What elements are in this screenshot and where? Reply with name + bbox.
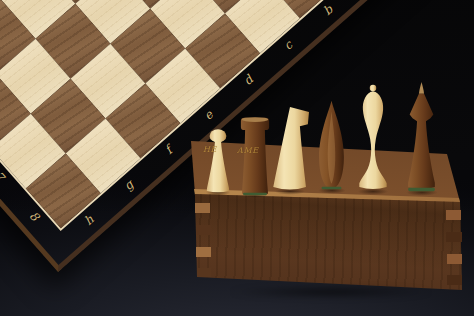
file-label: b xyxy=(300,0,355,38)
box-joint-tab xyxy=(195,203,210,213)
box-joint-tab xyxy=(197,268,211,277)
box-joint-tab xyxy=(447,254,462,264)
box-engraving-right: AME xyxy=(237,146,259,155)
box-joint-tab xyxy=(446,210,461,220)
white-pawn-piece xyxy=(204,128,232,194)
box-cast-shadow xyxy=(185,284,474,300)
box-joint-tab xyxy=(196,247,211,257)
black-king-piece xyxy=(403,82,440,193)
white-queen-piece xyxy=(355,84,391,192)
box-joint-tab xyxy=(196,225,211,235)
box-joint-tab xyxy=(446,232,462,242)
black-rook-piece xyxy=(240,115,270,196)
box-engraving-left: HE xyxy=(203,145,217,154)
black-knight-piece xyxy=(316,99,347,191)
scene: abcdefgh12345678 HE AME xyxy=(0,0,474,316)
file-label: a xyxy=(340,0,395,3)
white-bishop-piece xyxy=(271,104,309,193)
